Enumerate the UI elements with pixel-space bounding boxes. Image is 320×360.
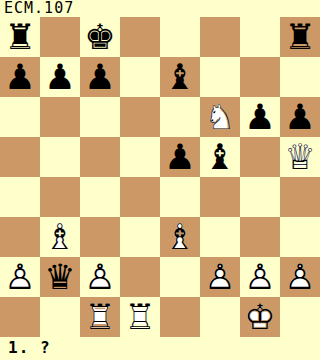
square-f8[interactable] [200, 17, 240, 57]
square-a3[interactable] [0, 217, 40, 257]
square-a5[interactable] [0, 137, 40, 177]
black-pawn-icon: ♟ [0, 57, 40, 97]
square-b5[interactable] [40, 137, 80, 177]
square-f1[interactable] [200, 297, 240, 337]
white-king-icon: ♚♔ [240, 297, 280, 337]
square-d8[interactable] [120, 17, 160, 57]
square-e7[interactable]: ♝ [160, 57, 200, 97]
square-c2[interactable]: ♟♙ [80, 257, 120, 297]
chess-board: ♜♚♜♟♟♟♝♞♘♟♟♟♝♛♕♝♗♝♗♟♙♛♟♙♟♙♟♙♟♙♜♖♜♖♚♔ [0, 17, 320, 337]
square-h8[interactable]: ♜ [280, 17, 320, 57]
square-d4[interactable] [120, 177, 160, 217]
black-rook-icon: ♜ [280, 17, 320, 57]
square-f5[interactable]: ♝ [200, 137, 240, 177]
square-f4[interactable] [200, 177, 240, 217]
square-c5[interactable] [80, 137, 120, 177]
black-pawn-icon: ♟ [40, 57, 80, 97]
white-pawn-icon: ♟♙ [0, 257, 40, 297]
square-b3[interactable]: ♝♗ [40, 217, 80, 257]
white-rook-icon: ♜♖ [120, 297, 160, 337]
square-a2[interactable]: ♟♙ [0, 257, 40, 297]
chess-diagram-page: ECM.107 ♜♚♜♟♟♟♝♞♘♟♟♟♝♛♕♝♗♝♗♟♙♛♟♙♟♙♟♙♟♙♜♖… [0, 0, 320, 360]
square-e2[interactable] [160, 257, 200, 297]
square-b2[interactable]: ♛ [40, 257, 80, 297]
square-a4[interactable] [0, 177, 40, 217]
square-g1[interactable]: ♚♔ [240, 297, 280, 337]
white-bishop-icon: ♝♗ [40, 217, 80, 257]
square-f3[interactable] [200, 217, 240, 257]
square-f7[interactable] [200, 57, 240, 97]
black-king-icon: ♚ [80, 17, 120, 57]
white-bishop-icon: ♝♗ [160, 217, 200, 257]
square-e4[interactable] [160, 177, 200, 217]
square-h2[interactable]: ♟♙ [280, 257, 320, 297]
square-e3[interactable]: ♝♗ [160, 217, 200, 257]
square-b4[interactable] [40, 177, 80, 217]
square-b1[interactable] [40, 297, 80, 337]
white-rook-icon: ♜♖ [80, 297, 120, 337]
black-pawn-icon: ♟ [240, 97, 280, 137]
square-g6[interactable]: ♟ [240, 97, 280, 137]
square-g4[interactable] [240, 177, 280, 217]
square-g8[interactable] [240, 17, 280, 57]
square-c6[interactable] [80, 97, 120, 137]
square-g5[interactable] [240, 137, 280, 177]
square-c3[interactable] [80, 217, 120, 257]
square-d3[interactable] [120, 217, 160, 257]
square-e6[interactable] [160, 97, 200, 137]
square-g7[interactable] [240, 57, 280, 97]
square-b8[interactable] [40, 17, 80, 57]
white-pawn-icon: ♟♙ [240, 257, 280, 297]
square-e1[interactable] [160, 297, 200, 337]
square-d1[interactable]: ♜♖ [120, 297, 160, 337]
white-pawn-icon: ♟♙ [200, 257, 240, 297]
square-c1[interactable]: ♜♖ [80, 297, 120, 337]
square-h7[interactable] [280, 57, 320, 97]
square-h4[interactable] [280, 177, 320, 217]
white-pawn-icon: ♟♙ [80, 257, 120, 297]
square-a1[interactable] [0, 297, 40, 337]
square-f6[interactable]: ♞♘ [200, 97, 240, 137]
square-d5[interactable] [120, 137, 160, 177]
square-a6[interactable] [0, 97, 40, 137]
square-h3[interactable] [280, 217, 320, 257]
square-d6[interactable] [120, 97, 160, 137]
move-prompt: 1. ? [0, 337, 320, 360]
square-c7[interactable]: ♟ [80, 57, 120, 97]
black-rook-icon: ♜ [0, 17, 40, 57]
square-b7[interactable]: ♟ [40, 57, 80, 97]
black-pawn-icon: ♟ [160, 137, 200, 177]
square-d7[interactable] [120, 57, 160, 97]
square-c8[interactable]: ♚ [80, 17, 120, 57]
square-a7[interactable]: ♟ [0, 57, 40, 97]
black-bishop-icon: ♝ [200, 137, 240, 177]
white-queen-icon: ♛♕ [280, 137, 320, 177]
square-h6[interactable]: ♟ [280, 97, 320, 137]
black-bishop-icon: ♝ [160, 57, 200, 97]
square-g3[interactable] [240, 217, 280, 257]
square-c4[interactable] [80, 177, 120, 217]
white-pawn-icon: ♟♙ [280, 257, 320, 297]
black-pawn-icon: ♟ [80, 57, 120, 97]
page-title: ECM.107 [0, 0, 320, 17]
square-h5[interactable]: ♛♕ [280, 137, 320, 177]
white-knight-icon: ♞♘ [200, 97, 240, 137]
square-g2[interactable]: ♟♙ [240, 257, 280, 297]
square-h1[interactable] [280, 297, 320, 337]
black-pawn-icon: ♟ [280, 97, 320, 137]
square-a8[interactable]: ♜ [0, 17, 40, 57]
square-b6[interactable] [40, 97, 80, 137]
square-e5[interactable]: ♟ [160, 137, 200, 177]
square-e8[interactable] [160, 17, 200, 57]
square-d2[interactable] [120, 257, 160, 297]
black-queen-icon: ♛ [40, 257, 80, 297]
square-f2[interactable]: ♟♙ [200, 257, 240, 297]
